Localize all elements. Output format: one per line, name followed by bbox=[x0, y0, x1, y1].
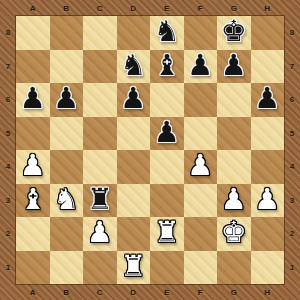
square-c8[interactable] bbox=[83, 16, 117, 50]
square-g4[interactable] bbox=[217, 150, 251, 184]
square-c5[interactable] bbox=[83, 117, 117, 151]
square-e5[interactable]: ♟ bbox=[150, 117, 184, 151]
square-b6[interactable]: ♟ bbox=[50, 83, 84, 117]
piece-black-pawn[interactable]: ♟ bbox=[120, 84, 146, 113]
square-a3[interactable]: ♝ bbox=[16, 184, 50, 218]
piece-white-rook[interactable]: ♜ bbox=[154, 218, 180, 247]
piece-black-pawn[interactable]: ♟ bbox=[20, 84, 46, 113]
square-a2[interactable] bbox=[16, 217, 50, 251]
rank-label: 4 bbox=[284, 150, 300, 184]
square-h6[interactable]: ♟ bbox=[251, 83, 285, 117]
square-b2[interactable] bbox=[50, 217, 84, 251]
rank-label: 8 bbox=[0, 16, 16, 50]
square-a7[interactable] bbox=[16, 50, 50, 84]
file-label: C bbox=[83, 0, 117, 16]
square-h2[interactable] bbox=[251, 217, 285, 251]
square-h7[interactable] bbox=[251, 50, 285, 84]
square-f1[interactable] bbox=[184, 251, 218, 285]
square-f5[interactable] bbox=[184, 117, 218, 151]
square-g2[interactable]: ♚ bbox=[217, 217, 251, 251]
square-e8[interactable]: ♞ bbox=[150, 16, 184, 50]
square-f7[interactable]: ♟ bbox=[184, 50, 218, 84]
piece-white-king[interactable]: ♚ bbox=[221, 218, 247, 247]
piece-white-pawn[interactable]: ♟ bbox=[221, 185, 247, 214]
piece-white-pawn[interactable]: ♟ bbox=[20, 151, 46, 180]
square-g3[interactable]: ♟ bbox=[217, 184, 251, 218]
rank-label: 3 bbox=[284, 184, 300, 218]
square-c3[interactable]: ♜ bbox=[83, 184, 117, 218]
file-label: G bbox=[217, 284, 251, 300]
square-d1[interactable]: ♜ bbox=[117, 251, 151, 285]
square-e6[interactable] bbox=[150, 83, 184, 117]
piece-white-rook[interactable]: ♜ bbox=[120, 252, 146, 281]
square-f3[interactable] bbox=[184, 184, 218, 218]
square-c7[interactable] bbox=[83, 50, 117, 84]
piece-black-rook[interactable]: ♜ bbox=[87, 185, 113, 214]
square-b4[interactable] bbox=[50, 150, 84, 184]
square-b1[interactable] bbox=[50, 251, 84, 285]
square-d8[interactable] bbox=[117, 16, 151, 50]
piece-black-pawn[interactable]: ♟ bbox=[53, 84, 79, 113]
square-e2[interactable]: ♜ bbox=[150, 217, 184, 251]
piece-black-pawn[interactable]: ♟ bbox=[254, 84, 280, 113]
file-labels-bottom: ABCDEFGH bbox=[16, 284, 284, 300]
rank-label: 3 bbox=[0, 184, 16, 218]
piece-white-bishop[interactable]: ♝ bbox=[20, 185, 46, 214]
piece-white-pawn[interactable]: ♟ bbox=[87, 218, 113, 247]
piece-white-pawn[interactable]: ♟ bbox=[254, 185, 280, 214]
square-d5[interactable] bbox=[117, 117, 151, 151]
square-b3[interactable]: ♞ bbox=[50, 184, 84, 218]
square-h5[interactable] bbox=[251, 117, 285, 151]
piece-black-king[interactable]: ♚ bbox=[221, 17, 247, 46]
chess-board: ♞♚♞♝♟♟♟♟♟♟♟♟♟♝♞♜♟♟♟♜♚♜ bbox=[16, 16, 284, 284]
square-g5[interactable] bbox=[217, 117, 251, 151]
square-c6[interactable] bbox=[83, 83, 117, 117]
rank-label: 1 bbox=[0, 251, 16, 285]
square-g6[interactable] bbox=[217, 83, 251, 117]
piece-black-pawn[interactable]: ♟ bbox=[154, 118, 180, 147]
square-d7[interactable]: ♞ bbox=[117, 50, 151, 84]
piece-white-pawn[interactable]: ♟ bbox=[187, 151, 213, 180]
file-label: D bbox=[117, 0, 151, 16]
square-f2[interactable] bbox=[184, 217, 218, 251]
rank-label: 8 bbox=[284, 16, 300, 50]
square-e3[interactable] bbox=[150, 184, 184, 218]
rank-label: 5 bbox=[0, 117, 16, 151]
square-a6[interactable]: ♟ bbox=[16, 83, 50, 117]
file-label: H bbox=[251, 0, 285, 16]
file-label: C bbox=[83, 284, 117, 300]
square-e7[interactable]: ♝ bbox=[150, 50, 184, 84]
square-h8[interactable] bbox=[251, 16, 285, 50]
square-a4[interactable]: ♟ bbox=[16, 150, 50, 184]
square-g8[interactable]: ♚ bbox=[217, 16, 251, 50]
file-label: H bbox=[251, 284, 285, 300]
square-e1[interactable] bbox=[150, 251, 184, 285]
file-label: A bbox=[16, 0, 50, 16]
file-label: A bbox=[16, 284, 50, 300]
square-d4[interactable] bbox=[117, 150, 151, 184]
file-label: B bbox=[50, 284, 84, 300]
piece-black-pawn[interactable]: ♟ bbox=[187, 51, 213, 80]
square-c2[interactable]: ♟ bbox=[83, 217, 117, 251]
chess-board-frame: ABCDEFGH ABCDEFGH 87654321 87654321 ♞♚♞♝… bbox=[0, 0, 300, 300]
file-label: F bbox=[184, 0, 218, 16]
piece-black-knight[interactable]: ♞ bbox=[120, 51, 146, 80]
piece-black-pawn[interactable]: ♟ bbox=[221, 51, 247, 80]
file-label: B bbox=[50, 0, 84, 16]
square-a1[interactable] bbox=[16, 251, 50, 285]
file-label: F bbox=[184, 284, 218, 300]
square-e4[interactable] bbox=[150, 150, 184, 184]
rank-label: 4 bbox=[0, 150, 16, 184]
square-g1[interactable] bbox=[217, 251, 251, 285]
square-b7[interactable] bbox=[50, 50, 84, 84]
rank-label: 2 bbox=[284, 217, 300, 251]
square-d3[interactable] bbox=[117, 184, 151, 218]
square-f4[interactable]: ♟ bbox=[184, 150, 218, 184]
rank-label: 7 bbox=[284, 50, 300, 84]
rank-label: 1 bbox=[284, 251, 300, 285]
square-c1[interactable] bbox=[83, 251, 117, 285]
square-h1[interactable] bbox=[251, 251, 285, 285]
square-c4[interactable] bbox=[83, 150, 117, 184]
square-d2[interactable] bbox=[117, 217, 151, 251]
square-f8[interactable] bbox=[184, 16, 218, 50]
piece-black-knight[interactable]: ♞ bbox=[154, 17, 180, 46]
file-label: E bbox=[150, 284, 184, 300]
rank-label: 2 bbox=[0, 217, 16, 251]
square-b8[interactable] bbox=[50, 16, 84, 50]
rank-labels-right: 87654321 bbox=[284, 16, 300, 284]
square-h4[interactable] bbox=[251, 150, 285, 184]
square-d6[interactable]: ♟ bbox=[117, 83, 151, 117]
rank-label: 6 bbox=[0, 83, 16, 117]
square-a8[interactable] bbox=[16, 16, 50, 50]
rank-label: 5 bbox=[284, 117, 300, 151]
piece-black-bishop[interactable]: ♝ bbox=[154, 51, 180, 80]
rank-label: 6 bbox=[284, 83, 300, 117]
square-g7[interactable]: ♟ bbox=[217, 50, 251, 84]
file-label: D bbox=[117, 284, 151, 300]
square-f6[interactable] bbox=[184, 83, 218, 117]
rank-label: 7 bbox=[0, 50, 16, 84]
square-b5[interactable] bbox=[50, 117, 84, 151]
piece-white-knight[interactable]: ♞ bbox=[53, 185, 79, 214]
square-a5[interactable] bbox=[16, 117, 50, 151]
square-h3[interactable]: ♟ bbox=[251, 184, 285, 218]
rank-labels-left: 87654321 bbox=[0, 16, 16, 284]
